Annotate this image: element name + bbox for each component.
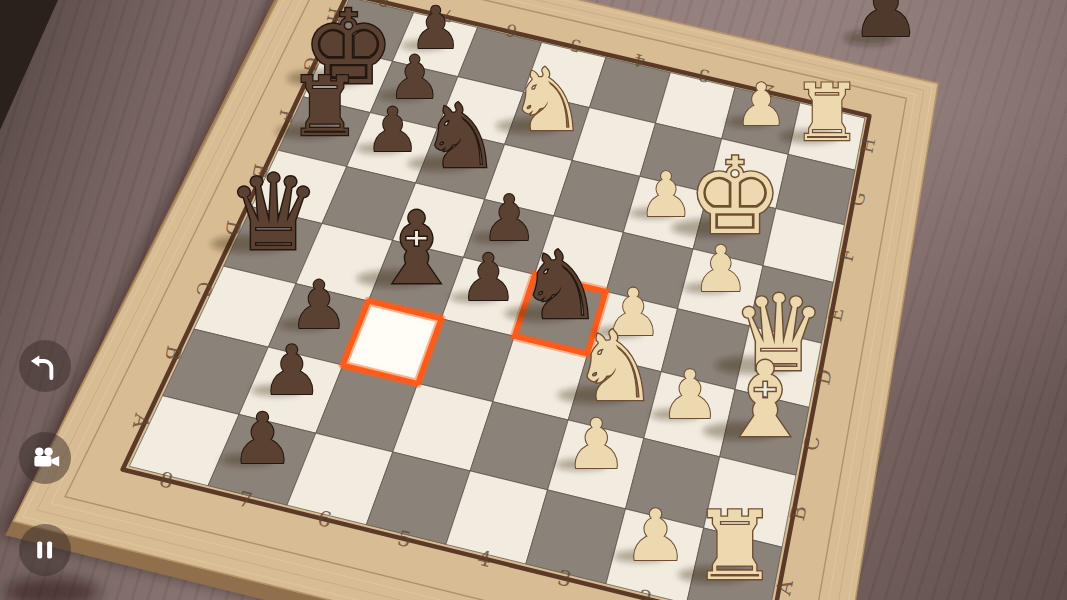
- piece-white-pawn-a2[interactable]: ♟: [624, 494, 688, 577]
- captured-piece-table: ♟: [851, 0, 921, 54]
- piece-white-rook-h1[interactable]: ♜: [792, 67, 863, 159]
- game-scene: 88HH77GG66FF55EE44DD33CC22BB11AA♟♚♟♟♞♜♜♟…: [0, 0, 1067, 600]
- piece-black-bishop-d6[interactable]: ♝: [372, 190, 462, 307]
- piece-white-pawn-f3[interactable]: ♟: [639, 159, 694, 231]
- piece-white-knight-g5[interactable]: ♞: [509, 50, 587, 150]
- piece-white-rook-a1[interactable]: ♜: [692, 490, 778, 600]
- undo-button[interactable]: [19, 340, 71, 392]
- piece-black-pawn-d5[interactable]: ♟: [460, 240, 518, 315]
- pause-button[interactable]: [19, 524, 71, 576]
- undo-icon: [28, 349, 62, 383]
- piece-white-bishop-c1[interactable]: ♝: [718, 340, 811, 461]
- table-edge-dark-corner: [0, 0, 58, 130]
- pause-icon: [28, 533, 62, 567]
- piece-white-pawn-h2[interactable]: ♟: [735, 71, 787, 139]
- piece-white-pawn-b3[interactable]: ♟: [566, 404, 628, 484]
- piece-black-rook-f8[interactable]: ♜: [288, 59, 362, 154]
- camera-button[interactable]: [19, 432, 71, 484]
- table-shadow-blob: [4, 577, 100, 600]
- piece-black-pawn-f7[interactable]: ♟: [365, 94, 420, 165]
- video-camera-icon: [28, 441, 62, 475]
- piece-black-queen-d8[interactable]: ♛: [227, 152, 321, 274]
- piece-white-pawn-c2[interactable]: ♟: [660, 356, 720, 434]
- piece-black-pawn-a7[interactable]: ♟: [231, 398, 294, 480]
- chess-board-3d: 88HH77GG66FF55EE44DD33CC22BB11AA♟♚♟♟♞♜♜♟…: [0, 0, 1067, 600]
- piece-black-knight-f6[interactable]: ♞: [421, 85, 500, 188]
